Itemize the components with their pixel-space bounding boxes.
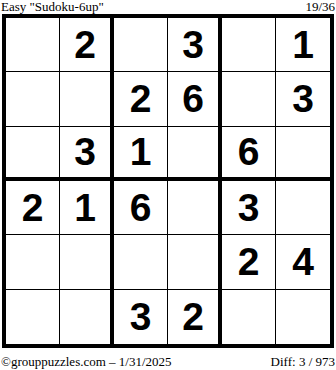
sudoku-cell-r2c2[interactable] (60, 72, 114, 126)
sudoku-board: 23126331621632432 (2, 14, 334, 348)
sudoku-cell-r1c1[interactable] (6, 18, 60, 72)
sudoku-cell-r1c3[interactable] (114, 18, 168, 72)
sudoku-cell-r5c2[interactable] (60, 235, 114, 289)
sudoku-cell-r4c2[interactable]: 1 (60, 181, 114, 235)
footer: ©grouppuzzles.com – 1/31/2025 Diff: 3 / … (0, 353, 336, 369)
difficulty-text: Diff: 3 / 973 (271, 354, 335, 369)
sudoku-cell-r6c6[interactable] (276, 290, 330, 344)
copyright-text: ©grouppuzzles.com – 1/31/2025 (1, 354, 172, 369)
sudoku-cell-r2c3[interactable]: 2 (114, 72, 168, 126)
sudoku-cell-r4c1[interactable]: 2 (6, 181, 60, 235)
sudoku-cell-r3c4[interactable] (168, 127, 222, 181)
sudoku-cell-r4c4[interactable] (168, 181, 222, 235)
sudoku-cell-r1c4[interactable]: 3 (168, 18, 222, 72)
sudoku-cell-r2c6[interactable]: 3 (276, 72, 330, 126)
sudoku-cell-r6c2[interactable] (60, 290, 114, 344)
sudoku-cell-r4c3[interactable]: 6 (114, 181, 168, 235)
sudoku-cell-r2c4[interactable]: 6 (168, 72, 222, 126)
sudoku-cell-r4c6[interactable] (276, 181, 330, 235)
sudoku-cell-r6c1[interactable] (6, 290, 60, 344)
puzzle-page: Easy "Sudoku-6up" 19/36 2312633162163243… (0, 0, 336, 370)
sudoku-cell-r5c6[interactable]: 4 (276, 235, 330, 289)
sudoku-cell-r3c5[interactable]: 6 (222, 127, 276, 181)
sudoku-cell-r3c1[interactable] (6, 127, 60, 181)
sudoku-cell-r5c4[interactable] (168, 235, 222, 289)
sudoku-cell-r5c5[interactable]: 2 (222, 235, 276, 289)
sudoku-cell-r1c5[interactable] (222, 18, 276, 72)
sudoku-cell-r6c3[interactable]: 3 (114, 290, 168, 344)
blank-count: 19/36 (305, 0, 335, 13)
sudoku-cell-r5c3[interactable] (114, 235, 168, 289)
sudoku-cell-r3c2[interactable]: 3 (60, 127, 114, 181)
header: Easy "Sudoku-6up" 19/36 (0, 0, 336, 14)
sudoku-cell-r6c4[interactable]: 2 (168, 290, 222, 344)
sudoku-cell-r6c5[interactable] (222, 290, 276, 344)
sudoku-cell-r3c3[interactable]: 1 (114, 127, 168, 181)
sudoku-cell-r3c6[interactable] (276, 127, 330, 181)
sudoku-cell-r2c1[interactable] (6, 72, 60, 126)
puzzle-title: Easy "Sudoku-6up" (1, 0, 104, 13)
sudoku-cell-r2c5[interactable] (222, 72, 276, 126)
sudoku-cell-r5c1[interactable] (6, 235, 60, 289)
sudoku-cell-r1c2[interactable]: 2 (60, 18, 114, 72)
sudoku-cell-r1c6[interactable]: 1 (276, 18, 330, 72)
sudoku-cell-r4c5[interactable]: 3 (222, 181, 276, 235)
